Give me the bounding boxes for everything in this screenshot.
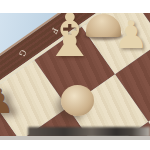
white-pawn-piece[interactable]: ♟ [114, 16, 148, 54]
black-pawn-piece[interactable]: ♟ [0, 84, 14, 118]
white-bishop-piece[interactable]: ♝ [43, 13, 97, 65]
fallen-white-pawn-ball[interactable] [61, 85, 94, 116]
photo-frame: H G F E ♝ ♟ ♟ [0, 13, 150, 140]
screenshot-canvas: H G F E ♝ ♟ ♟ [0, 0, 150, 150]
file-label-g: G [14, 45, 30, 61]
photo-bottom-blur-edge [0, 136, 150, 140]
